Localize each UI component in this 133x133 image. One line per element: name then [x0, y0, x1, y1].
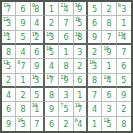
- cell-r3c5[interactable]: 6: [59, 31, 73, 45]
- cell-digit: 8: [77, 34, 82, 42]
- cell-r5c4[interactable]: 4: [45, 59, 59, 73]
- cell-r9c9[interactable]: 8: [117, 117, 131, 131]
- cell-r1c2[interactable]: 6: [16, 2, 30, 16]
- cell-r5c3[interactable]: 9: [31, 59, 45, 73]
- cell-digit: 3: [121, 6, 126, 14]
- cell-digit: 7: [106, 34, 111, 42]
- cell-digit: 8: [92, 77, 97, 85]
- cell-r3c7[interactable]: 9: [88, 31, 102, 45]
- cell-r1c3[interactable]: 98: [31, 2, 45, 16]
- cell-digit: 2: [63, 121, 68, 129]
- cell-r3c1[interactable]: 101: [2, 31, 16, 45]
- cell-r4c7[interactable]: 2: [88, 45, 102, 59]
- cell-r7c3[interactable]: 5: [31, 88, 45, 102]
- cell-r9c7[interactable]: 1: [88, 117, 102, 131]
- cell-r1c8[interactable]: 2: [102, 2, 116, 16]
- cell-digit: 5: [106, 121, 111, 129]
- cell-digit: 4: [49, 63, 54, 71]
- cell-r3c3[interactable]: 172: [31, 31, 45, 45]
- cell-digit: 4: [121, 34, 126, 42]
- cell-r8c2[interactable]: 8: [16, 102, 30, 116]
- cell-digit: 1: [63, 49, 68, 57]
- cell-r4c2[interactable]: 4: [16, 45, 30, 59]
- cell-r4c1[interactable]: 8: [2, 45, 16, 59]
- cell-r8c7[interactable]: 4: [88, 102, 102, 116]
- killer-sudoku-board: 1376981114169528312394271556811015172103…: [0, 0, 133, 133]
- cell-digit: 3: [6, 20, 11, 28]
- cell-r7c8[interactable]: 6: [102, 88, 116, 102]
- cell-r1c7[interactable]: 5: [88, 2, 102, 16]
- cell-r5c1[interactable]: 115: [2, 59, 16, 73]
- cell-digit: 2: [121, 106, 126, 114]
- cell-r7c4[interactable]: 8: [45, 88, 59, 102]
- cell-digit: 6: [20, 6, 25, 14]
- cell-digit: 7: [6, 6, 11, 14]
- cell-r2c5[interactable]: 7: [59, 16, 73, 30]
- cell-digit: 8: [6, 49, 11, 57]
- cell-r8c8[interactable]: 3: [102, 102, 116, 116]
- cell-r6c4[interactable]: 157: [45, 74, 59, 88]
- cell-digit: 9: [63, 77, 68, 85]
- cell-r8c1[interactable]: 6: [2, 102, 16, 116]
- cell-r9c1[interactable]: 9: [2, 117, 16, 131]
- cell-digit: 8: [63, 63, 68, 71]
- cell-r9c8[interactable]: 135: [102, 117, 116, 131]
- cell-digit: 3: [106, 106, 111, 114]
- cell-digit: 3: [34, 77, 39, 85]
- cell-r4c8[interactable]: 169: [102, 45, 116, 59]
- cell-r7c7[interactable]: 7: [88, 88, 102, 102]
- cell-digit: 6: [106, 92, 111, 100]
- cage-sum: 8: [118, 2, 121, 8]
- cell-digit: 1: [121, 20, 126, 28]
- cell-digit: 9: [6, 121, 11, 129]
- cell-digit: 5: [92, 6, 97, 14]
- cell-digit: 7: [49, 77, 54, 85]
- cell-digit: 7: [92, 92, 97, 100]
- cell-digit: 8: [121, 121, 126, 129]
- cell-digit: 7: [63, 20, 68, 28]
- cell-r6c5[interactable]: 139: [59, 74, 73, 88]
- cell-r3c4[interactable]: 103: [45, 31, 59, 45]
- cell-r6c3[interactable]: 103: [31, 74, 45, 88]
- cell-digit: 9: [106, 49, 111, 57]
- cell-digit: 1: [20, 77, 25, 85]
- cell-r6c7[interactable]: 8: [88, 74, 102, 88]
- cell-r4c9[interactable]: 7: [117, 45, 131, 59]
- cell-r2c3[interactable]: 4: [31, 16, 45, 30]
- cell-digit: 9: [121, 92, 126, 100]
- cell-digit: 4: [34, 20, 39, 28]
- cell-digit: 9: [77, 6, 82, 14]
- cell-r2c8[interactable]: 8: [102, 16, 116, 30]
- cell-r7c6[interactable]: 1: [74, 88, 88, 102]
- cell-digit: 3: [63, 92, 68, 100]
- cell-digit: 7: [34, 121, 39, 129]
- cell-digit: 5: [121, 77, 126, 85]
- cell-digit: 9: [34, 63, 39, 71]
- cell-digit: 9: [20, 20, 25, 28]
- cell-r6c6[interactable]: 6: [74, 74, 88, 88]
- cell-digit: 5: [77, 20, 82, 28]
- cell-r3c6[interactable]: 118: [74, 31, 88, 45]
- cell-r1c9[interactable]: 83: [117, 2, 131, 16]
- cell-digit: 6: [92, 20, 97, 28]
- cell-r2c2[interactable]: 9: [16, 16, 30, 30]
- cell-r8c9[interactable]: 2: [117, 102, 131, 116]
- cell-digit: 4: [20, 49, 25, 57]
- cell-digit: 5: [20, 34, 25, 42]
- cell-r3c8[interactable]: 7: [102, 31, 116, 45]
- cell-r5c5[interactable]: 8: [59, 59, 73, 73]
- cell-digit: 2: [92, 49, 97, 57]
- cell-digit: 5: [49, 49, 54, 57]
- cell-digit: 8: [20, 106, 25, 114]
- cell-r9c5[interactable]: 2: [59, 117, 73, 131]
- cell-r8c6[interactable]: 117: [74, 102, 88, 116]
- cell-r1c4[interactable]: 1: [45, 2, 59, 16]
- cell-digit: 1: [92, 121, 97, 129]
- cell-r9c3[interactable]: 7: [31, 117, 45, 131]
- cell-digit: 3: [49, 34, 54, 42]
- cell-r4c4[interactable]: 165: [45, 45, 59, 59]
- cell-r9c4[interactable]: 6: [45, 117, 59, 131]
- cell-r2c7[interactable]: 6: [88, 16, 102, 30]
- cell-digit: 8: [106, 20, 111, 28]
- cell-r4c6[interactable]: 3: [74, 45, 88, 59]
- cell-digit: 5: [63, 106, 68, 114]
- cell-digit: 6: [121, 63, 126, 71]
- cell-r8c4[interactable]: 9: [45, 102, 59, 116]
- cell-r5c2[interactable]: 87: [16, 59, 30, 73]
- cell-digit: 8: [34, 6, 39, 14]
- cell-digit: 3: [92, 63, 97, 71]
- cell-r6c1[interactable]: 2: [2, 74, 16, 88]
- cell-r3c2[interactable]: 5: [16, 31, 30, 45]
- cell-r5c8[interactable]: 1: [102, 59, 116, 73]
- cell-digit: 5: [6, 63, 11, 71]
- cell-r4c5[interactable]: 1: [59, 45, 73, 59]
- cell-digit: 6: [6, 106, 11, 114]
- cell-digit: 4: [63, 6, 68, 14]
- cell-digit: 5: [34, 92, 39, 100]
- cell-r2c6[interactable]: 155: [74, 16, 88, 30]
- cell-digit: 9: [92, 34, 97, 42]
- cell-digit: 7: [20, 63, 25, 71]
- cell-r7c9[interactable]: 9: [117, 88, 131, 102]
- cell-digit: 9: [49, 106, 54, 114]
- cell-r8c5[interactable]: 75: [59, 102, 73, 116]
- cell-digit: 2: [6, 77, 11, 85]
- cell-digit: 7: [77, 106, 82, 114]
- cell-r6c9[interactable]: 5: [117, 74, 131, 88]
- cell-digit: 4: [77, 121, 82, 129]
- cell-r9c2[interactable]: 163: [16, 117, 30, 131]
- cell-r5c7[interactable]: 103: [88, 59, 102, 73]
- cell-digit: 6: [49, 121, 54, 129]
- cell-digit: 2: [20, 92, 25, 100]
- cell-r9c6[interactable]: 64: [74, 117, 88, 131]
- cell-r7c1[interactable]: 4: [2, 88, 16, 102]
- cell-digit: 1: [106, 63, 111, 71]
- cell-r5c6[interactable]: 2: [74, 59, 88, 73]
- cell-r5c9[interactable]: 6: [117, 59, 131, 73]
- cell-r2c9[interactable]: 1: [117, 16, 131, 30]
- cell-r1c6[interactable]: 169: [74, 2, 88, 16]
- cell-digit: 2: [77, 63, 82, 71]
- cell-r7c2[interactable]: 2: [16, 88, 30, 102]
- cell-digit: 1: [49, 6, 54, 14]
- cell-digit: 4: [92, 106, 97, 114]
- cell-digit: 6: [34, 49, 39, 57]
- cell-r6c2[interactable]: 1: [16, 74, 30, 88]
- cell-digit: 7: [121, 49, 126, 57]
- cell-digit: 4: [6, 92, 11, 100]
- cell-digit: 1: [77, 92, 82, 100]
- cell-r2c4[interactable]: 2: [45, 16, 59, 30]
- cell-digit: 1: [6, 34, 11, 42]
- cell-r1c5[interactable]: 114: [59, 2, 73, 16]
- cell-r7c5[interactable]: 3: [59, 88, 73, 102]
- cell-digit: 1: [34, 106, 39, 114]
- cell-digit: 2: [49, 20, 54, 28]
- cell-r1c1[interactable]: 137: [2, 2, 16, 16]
- cell-digit: 4: [106, 77, 111, 85]
- cell-digit: 3: [20, 121, 25, 129]
- cell-digit: 2: [34, 34, 39, 42]
- cell-r6c8[interactable]: 144: [102, 74, 116, 88]
- cell-digit: 3: [77, 49, 82, 57]
- cell-r4c3[interactable]: 6: [31, 45, 45, 59]
- cell-digit: 6: [77, 77, 82, 85]
- cell-r3c9[interactable]: 134: [117, 31, 131, 45]
- cell-r2c1[interactable]: 123: [2, 16, 16, 30]
- cell-digit: 6: [63, 34, 68, 42]
- cell-digit: 2: [106, 6, 111, 14]
- cell-r8c3[interactable]: 101: [31, 102, 45, 116]
- cell-digit: 8: [49, 92, 54, 100]
